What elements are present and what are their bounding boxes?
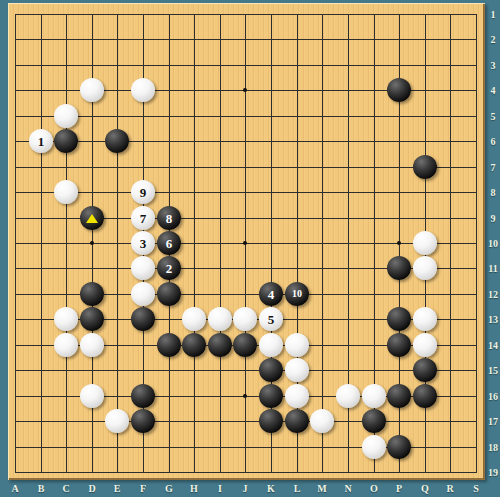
white-stone-Q11[interactable] bbox=[413, 256, 437, 280]
column-label-A: A bbox=[11, 483, 18, 494]
triangle-mark bbox=[86, 214, 98, 223]
row-label-4: 4 bbox=[491, 85, 496, 96]
black-stone-Q7[interactable] bbox=[413, 155, 437, 179]
black-stone-J14[interactable] bbox=[233, 333, 257, 357]
black-stone-L12[interactable]: 10 bbox=[285, 282, 309, 306]
row-label-5: 5 bbox=[491, 111, 496, 122]
row-label-15: 15 bbox=[488, 365, 498, 376]
grid-line-horizontal bbox=[15, 116, 477, 117]
white-stone-L14[interactable] bbox=[285, 333, 309, 357]
goban[interactable]: 19783624105 bbox=[8, 3, 485, 480]
column-label-H: H bbox=[190, 483, 198, 494]
white-stone-F4[interactable] bbox=[131, 78, 155, 102]
grid-line-horizontal bbox=[15, 370, 477, 371]
white-stone-O18[interactable] bbox=[362, 435, 386, 459]
black-stone-K15[interactable] bbox=[259, 358, 283, 382]
grid-line-vertical bbox=[450, 14, 451, 473]
black-stone-D12[interactable] bbox=[80, 282, 104, 306]
row-label-10: 10 bbox=[488, 238, 498, 249]
black-stone-G10[interactable]: 6 bbox=[157, 231, 181, 255]
row-label-8: 8 bbox=[491, 187, 496, 198]
column-label-E: E bbox=[114, 483, 121, 494]
grid-line-horizontal bbox=[15, 14, 477, 15]
white-stone-F12[interactable] bbox=[131, 282, 155, 306]
grid-line-horizontal bbox=[15, 472, 477, 473]
star-point bbox=[90, 241, 94, 245]
white-stone-I13[interactable] bbox=[208, 307, 232, 331]
star-point bbox=[397, 241, 401, 245]
black-stone-P4[interactable] bbox=[387, 78, 411, 102]
column-label-P: P bbox=[396, 483, 402, 494]
white-stone-Q14[interactable] bbox=[413, 333, 437, 357]
white-stone-C14[interactable] bbox=[54, 333, 78, 357]
grid-line-horizontal bbox=[15, 192, 477, 193]
black-stone-P14[interactable] bbox=[387, 333, 411, 357]
black-stone-P13[interactable] bbox=[387, 307, 411, 331]
column-label-J: J bbox=[243, 483, 248, 494]
white-stone-Q13[interactable] bbox=[413, 307, 437, 331]
row-label-11: 11 bbox=[488, 263, 497, 274]
row-label-6: 6 bbox=[491, 136, 496, 147]
white-stone-B6[interactable]: 1 bbox=[29, 129, 53, 153]
black-stone-L17[interactable] bbox=[285, 409, 309, 433]
row-label-1: 1 bbox=[491, 9, 496, 20]
white-stone-D14[interactable] bbox=[80, 333, 104, 357]
column-label-I: I bbox=[218, 483, 222, 494]
white-stone-F8[interactable]: 9 bbox=[131, 180, 155, 204]
white-stone-E17[interactable] bbox=[105, 409, 129, 433]
white-stone-K13[interactable]: 5 bbox=[259, 307, 283, 331]
column-label-O: O bbox=[370, 483, 378, 494]
black-stone-E6[interactable] bbox=[105, 129, 129, 153]
white-stone-Q10[interactable] bbox=[413, 231, 437, 255]
white-stone-C8[interactable] bbox=[54, 180, 78, 204]
white-stone-C13[interactable] bbox=[54, 307, 78, 331]
black-stone-H14[interactable] bbox=[182, 333, 206, 357]
white-stone-D16[interactable] bbox=[80, 384, 104, 408]
star-point bbox=[243, 394, 247, 398]
column-label-M: M bbox=[317, 483, 326, 494]
black-stone-F13[interactable] bbox=[131, 307, 155, 331]
white-stone-C5[interactable] bbox=[54, 104, 78, 128]
black-stone-Q15[interactable] bbox=[413, 358, 437, 382]
row-label-18: 18 bbox=[488, 442, 498, 453]
go-diagram-window: 19783624105 ABCDEFGHIJKLMNOPQRS123456789… bbox=[0, 0, 500, 497]
white-stone-O16[interactable] bbox=[362, 384, 386, 408]
white-stone-H13[interactable] bbox=[182, 307, 206, 331]
star-point bbox=[243, 241, 247, 245]
column-label-C: C bbox=[62, 483, 69, 494]
grid-line-horizontal bbox=[15, 421, 477, 422]
black-stone-G12[interactable] bbox=[157, 282, 181, 306]
black-stone-O17[interactable] bbox=[362, 409, 386, 433]
white-stone-M17[interactable] bbox=[310, 409, 334, 433]
column-label-L: L bbox=[294, 483, 301, 494]
move-number-label: 1 bbox=[38, 135, 45, 148]
column-label-Q: Q bbox=[421, 483, 429, 494]
black-stone-G11[interactable]: 2 bbox=[157, 256, 181, 280]
star-point bbox=[243, 88, 247, 92]
black-stone-D13[interactable] bbox=[80, 307, 104, 331]
grid-line-horizontal bbox=[15, 65, 477, 66]
white-stone-F9[interactable]: 7 bbox=[131, 206, 155, 230]
black-stone-F17[interactable] bbox=[131, 409, 155, 433]
move-number-label: 10 bbox=[292, 289, 302, 299]
row-label-13: 13 bbox=[488, 314, 498, 325]
row-label-9: 9 bbox=[491, 213, 496, 224]
black-stone-D9[interactable] bbox=[80, 206, 104, 230]
black-stone-P11[interactable] bbox=[387, 256, 411, 280]
black-stone-G9[interactable]: 8 bbox=[157, 206, 181, 230]
black-stone-P18[interactable] bbox=[387, 435, 411, 459]
white-stone-L15[interactable] bbox=[285, 358, 309, 382]
row-label-7: 7 bbox=[491, 162, 496, 173]
grid-line-horizontal bbox=[15, 141, 477, 142]
column-label-F: F bbox=[140, 483, 146, 494]
row-label-17: 17 bbox=[488, 416, 498, 427]
white-stone-F10[interactable]: 3 bbox=[131, 231, 155, 255]
column-label-G: G bbox=[165, 483, 173, 494]
black-stone-K16[interactable] bbox=[259, 384, 283, 408]
black-stone-K12[interactable]: 4 bbox=[259, 282, 283, 306]
column-label-B: B bbox=[38, 483, 45, 494]
white-stone-D4[interactable] bbox=[80, 78, 104, 102]
row-label-3: 3 bbox=[491, 60, 496, 71]
black-stone-C6[interactable] bbox=[54, 129, 78, 153]
row-label-2: 2 bbox=[491, 34, 496, 45]
row-label-14: 14 bbox=[488, 340, 498, 351]
move-number-label: 4 bbox=[268, 288, 275, 301]
move-number-label: 2 bbox=[166, 262, 173, 275]
grid-line-horizontal bbox=[15, 39, 477, 40]
grid-line-vertical bbox=[322, 14, 323, 473]
grid-line-vertical bbox=[476, 14, 477, 473]
row-label-19: 19 bbox=[488, 467, 498, 478]
black-stone-F16[interactable] bbox=[131, 384, 155, 408]
white-stone-L16[interactable] bbox=[285, 384, 309, 408]
column-label-K: K bbox=[267, 483, 275, 494]
black-stone-G14[interactable] bbox=[157, 333, 181, 357]
black-stone-Q16[interactable] bbox=[413, 384, 437, 408]
column-label-N: N bbox=[344, 483, 351, 494]
move-number-label: 7 bbox=[140, 212, 147, 225]
white-stone-F11[interactable] bbox=[131, 256, 155, 280]
black-stone-P16[interactable] bbox=[387, 384, 411, 408]
move-number-label: 8 bbox=[166, 212, 173, 225]
column-label-R: R bbox=[446, 483, 453, 494]
row-label-12: 12 bbox=[488, 289, 498, 300]
grid-line-horizontal bbox=[15, 167, 477, 168]
white-stone-N16[interactable] bbox=[336, 384, 360, 408]
move-number-label: 3 bbox=[140, 237, 147, 250]
column-label-D: D bbox=[88, 483, 95, 494]
move-number-label: 9 bbox=[140, 186, 147, 199]
white-stone-K14[interactable] bbox=[259, 333, 283, 357]
black-stone-I14[interactable] bbox=[208, 333, 232, 357]
black-stone-K17[interactable] bbox=[259, 409, 283, 433]
move-number-label: 6 bbox=[166, 237, 173, 250]
white-stone-J13[interactable] bbox=[233, 307, 257, 331]
column-label-S: S bbox=[473, 483, 479, 494]
row-label-16: 16 bbox=[488, 391, 498, 402]
move-number-label: 5 bbox=[268, 313, 275, 326]
